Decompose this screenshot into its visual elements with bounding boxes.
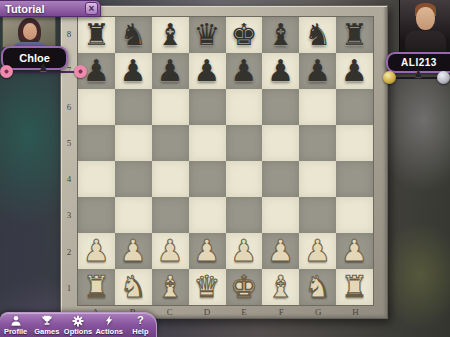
options-label: Options — [64, 327, 92, 336]
file-label: H — [337, 307, 374, 319]
black-pawn[interactable]: ♟ — [341, 54, 368, 88]
player-left-token-icon — [0, 65, 13, 78]
square-b1[interactable]: ♞ — [115, 269, 152, 305]
file-label: D — [188, 307, 225, 319]
player-right-avatar — [399, 0, 450, 56]
player-right-name: ALI213 — [401, 57, 437, 68]
square-d2[interactable]: ♟ — [189, 233, 226, 269]
white-queen[interactable]: ♛ — [194, 270, 221, 304]
pawn-marker-icon: ♟ — [39, 63, 48, 73]
person-icon — [10, 315, 22, 326]
pawn-marker-icon: ♟ — [414, 69, 423, 79]
file-label: E — [226, 307, 263, 319]
square-a6[interactable] — [78, 89, 115, 125]
white-knight[interactable]: ♞ — [304, 270, 331, 304]
white-bishop[interactable]: ♝ — [157, 270, 184, 304]
silver-coin-icon — [437, 71, 450, 84]
gear-icon — [72, 315, 84, 326]
square-g1[interactable]: ♞ — [299, 269, 336, 305]
white-pawn[interactable]: ♟ — [194, 234, 221, 268]
square-g3[interactable] — [299, 197, 336, 233]
square-b5[interactable] — [115, 125, 152, 161]
square-g6[interactable] — [299, 89, 336, 125]
lightning-icon — [104, 315, 114, 326]
black-knight[interactable]: ♞ — [120, 18, 147, 52]
black-pawn[interactable]: ♟ — [194, 54, 221, 88]
square-f2[interactable]: ♟ — [262, 233, 299, 269]
square-b8[interactable]: ♞ — [115, 17, 152, 53]
square-e7[interactable]: ♟ — [226, 53, 263, 89]
square-c8[interactable]: ♝ — [152, 17, 189, 53]
black-pawn[interactable]: ♟ — [267, 54, 294, 88]
help-button[interactable]: ? Help — [125, 313, 156, 337]
square-f7[interactable]: ♟ — [262, 53, 299, 89]
square-d3[interactable] — [189, 197, 226, 233]
black-pawn[interactable]: ♟ — [230, 54, 257, 88]
square-e6[interactable] — [226, 89, 263, 125]
rank-label: 6 — [61, 89, 77, 125]
black-pawn[interactable]: ♟ — [157, 54, 184, 88]
actions-button[interactable]: Actions — [94, 313, 125, 337]
square-a4[interactable] — [78, 161, 115, 197]
square-d8[interactable]: ♛ — [189, 17, 226, 53]
square-a1[interactable]: ♜ — [78, 269, 115, 305]
square-g2[interactable]: ♟ — [299, 233, 336, 269]
square-f6[interactable] — [262, 89, 299, 125]
question-icon: ? — [137, 315, 144, 326]
game-screen: 87654321 ♜♞♝♛♚♝♞♜♟♟♟♟♟♟♟♟♟♟♟♟♟♟♟♟♜♞♝♛♚♝♞… — [0, 0, 450, 337]
black-pawn[interactable]: ♟ — [120, 54, 147, 88]
rank-label: 2 — [61, 234, 77, 270]
file-label: G — [300, 307, 337, 319]
white-pawn[interactable]: ♟ — [304, 234, 331, 268]
black-pawn[interactable]: ♟ — [304, 54, 331, 88]
chess-board-frame: 87654321 ♜♞♝♛♚♝♞♜♟♟♟♟♟♟♟♟♟♟♟♟♟♟♟♟♜♞♝♛♚♝♞… — [60, 5, 388, 319]
file-label: C — [151, 307, 188, 319]
square-f1[interactable]: ♝ — [262, 269, 299, 305]
square-b6[interactable] — [115, 89, 152, 125]
rank-label: 3 — [61, 197, 77, 233]
square-g5[interactable] — [299, 125, 336, 161]
close-icon[interactable]: × — [85, 2, 98, 15]
square-f5[interactable] — [262, 125, 299, 161]
square-g4[interactable] — [299, 161, 336, 197]
black-king[interactable]: ♚ — [230, 18, 257, 52]
white-pawn[interactable]: ♟ — [120, 234, 147, 268]
square-a3[interactable] — [78, 197, 115, 233]
help-label: Help — [132, 327, 148, 336]
black-rook[interactable]: ♜ — [83, 18, 110, 52]
square-a8[interactable]: ♜ — [78, 17, 115, 53]
square-b2[interactable]: ♟ — [115, 233, 152, 269]
white-pawn[interactable]: ♟ — [267, 234, 294, 268]
profile-button[interactable]: Profile — [0, 313, 31, 337]
black-pawn[interactable]: ♟ — [83, 54, 110, 88]
square-f4[interactable] — [262, 161, 299, 197]
square-b4[interactable] — [115, 161, 152, 197]
square-e3[interactable] — [226, 197, 263, 233]
black-rook[interactable]: ♜ — [341, 18, 368, 52]
square-a5[interactable] — [78, 125, 115, 161]
square-g7[interactable]: ♟ — [299, 53, 336, 89]
square-e4[interactable] — [226, 161, 263, 197]
black-bishop[interactable]: ♝ — [157, 18, 184, 52]
square-h5[interactable] — [336, 125, 373, 161]
square-c6[interactable] — [152, 89, 189, 125]
square-d7[interactable]: ♟ — [189, 53, 226, 89]
gold-coin-icon — [383, 71, 396, 84]
square-h6[interactable] — [336, 89, 373, 125]
square-c7[interactable]: ♟ — [152, 53, 189, 89]
black-knight[interactable]: ♞ — [304, 18, 331, 52]
square-h1[interactable]: ♜ — [336, 269, 373, 305]
rank-label: 5 — [61, 125, 77, 161]
square-h3[interactable] — [336, 197, 373, 233]
white-king[interactable]: ♚ — [230, 270, 257, 304]
square-e8[interactable]: ♚ — [226, 17, 263, 53]
square-c4[interactable] — [152, 161, 189, 197]
white-pawn[interactable]: ♟ — [83, 234, 110, 268]
square-c5[interactable] — [152, 125, 189, 161]
square-c2[interactable]: ♟ — [152, 233, 189, 269]
square-b3[interactable] — [115, 197, 152, 233]
file-label: F — [263, 307, 300, 319]
square-a2[interactable]: ♟ — [78, 233, 115, 269]
black-queen[interactable]: ♛ — [194, 18, 221, 52]
square-b7[interactable]: ♟ — [115, 53, 152, 89]
square-d1[interactable]: ♛ — [189, 269, 226, 305]
toolbar: Profile Games Options Actions ? Help — [0, 312, 157, 337]
white-knight[interactable]: ♞ — [120, 270, 147, 304]
rank-label: 4 — [61, 161, 77, 197]
chess-board[interactable]: ♜♞♝♛♚♝♞♜♟♟♟♟♟♟♟♟♟♟♟♟♟♟♟♟♜♞♝♛♚♝♞♜ — [77, 16, 374, 306]
trophy-icon — [41, 315, 53, 326]
square-d6[interactable] — [189, 89, 226, 125]
actions-label: Actions — [95, 327, 123, 336]
square-h8[interactable]: ♜ — [336, 17, 373, 53]
square-e2[interactable]: ♟ — [226, 233, 263, 269]
white-rook[interactable]: ♜ — [83, 270, 110, 304]
white-pawn[interactable]: ♟ — [157, 234, 184, 268]
square-f8[interactable]: ♝ — [262, 17, 299, 53]
white-bishop[interactable]: ♝ — [267, 270, 294, 304]
player-left-avatar — [2, 16, 56, 48]
square-e1[interactable]: ♚ — [226, 269, 263, 305]
square-g8[interactable]: ♞ — [299, 17, 336, 53]
options-button[interactable]: Options — [62, 313, 93, 337]
avatar-face — [416, 7, 435, 30]
profile-label: Profile — [4, 327, 27, 336]
square-h4[interactable] — [336, 161, 373, 197]
rank-label: 1 — [61, 270, 77, 306]
square-d4[interactable] — [189, 161, 226, 197]
player-left-token-icon — [74, 65, 87, 78]
black-bishop[interactable]: ♝ — [267, 18, 294, 52]
tutorial-title: Tutorial — [0, 3, 45, 15]
games-button[interactable]: Games — [31, 313, 62, 337]
white-rook[interactable]: ♜ — [341, 270, 368, 304]
square-c1[interactable]: ♝ — [152, 269, 189, 305]
avatar-face — [23, 23, 37, 40]
square-h7[interactable]: ♟ — [336, 53, 373, 89]
square-c3[interactable] — [152, 197, 189, 233]
tutorial-window-titlebar: Tutorial × — [0, 0, 101, 17]
square-e5[interactable] — [226, 125, 263, 161]
games-label: Games — [34, 327, 59, 336]
square-d5[interactable] — [189, 125, 226, 161]
square-f3[interactable] — [262, 197, 299, 233]
white-pawn[interactable]: ♟ — [230, 234, 257, 268]
white-pawn[interactable]: ♟ — [341, 234, 368, 268]
square-h2[interactable]: ♟ — [336, 233, 373, 269]
